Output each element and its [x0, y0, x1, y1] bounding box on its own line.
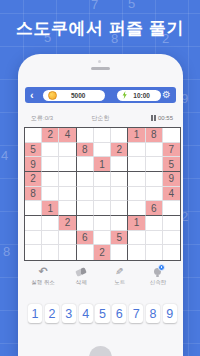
sudoku-cell-r5c6[interactable]: [111, 187, 128, 202]
sudoku-cell-r6c5[interactable]: [94, 201, 111, 216]
pencil-icon: ✎: [115, 267, 123, 277]
numpad-button-6[interactable]: 6: [112, 304, 126, 323]
sudoku-cell-r9c7[interactable]: [128, 245, 145, 260]
sudoku-cell-r7c2[interactable]: [42, 216, 59, 231]
sudoku-cell-r3c8[interactable]: [146, 157, 163, 172]
notes-button[interactable]: ✎ 노트: [103, 265, 137, 293]
sudoku-cell-r7c8[interactable]: [146, 216, 163, 231]
sudoku-cell-r2c8[interactable]: [146, 143, 163, 158]
sudoku-cell-r1c3[interactable]: 4: [59, 128, 76, 143]
phone-speaker: [91, 67, 110, 70]
sudoku-cell-r7c4[interactable]: [77, 216, 94, 231]
sudoku-cell-r7c9[interactable]: [163, 216, 180, 231]
sudoku-cell-r8c8[interactable]: [146, 231, 163, 246]
energy-bolt-icon: [122, 91, 128, 99]
sudoku-cell-r1c6[interactable]: [111, 128, 128, 143]
background-faint-number: 4: [1, 149, 8, 162]
sudoku-cell-r6c7[interactable]: [128, 201, 145, 216]
home-indicator[interactable]: [89, 346, 112, 356]
phone-mockup: ‹ 5000 10:00 ⚙ 단순한 오류:0/3 00:55 24185827…: [18, 54, 183, 356]
sudoku-cell-r5c5[interactable]: [94, 187, 111, 202]
sudoku-cell-r2c5[interactable]: [94, 143, 111, 158]
erase-button[interactable]: 삭제: [64, 265, 98, 293]
sudoku-cell-r9c1[interactable]: [25, 245, 42, 260]
sudoku-cell-r7c6[interactable]: [111, 216, 128, 231]
numpad-button-8[interactable]: 8: [146, 304, 160, 323]
sudoku-cell-r2c3[interactable]: [59, 143, 76, 158]
sudoku-cell-r4c4[interactable]: [77, 172, 94, 187]
sudoku-cell-r6c2[interactable]: 1: [42, 201, 59, 216]
screenshot-stage: 824928557스도쿠에서 퍼즐 풀기 ‹ 5000 10:00 ⚙ 단순한 …: [0, 0, 200, 356]
sudoku-cell-r4c2[interactable]: [42, 172, 59, 187]
energy-timer-value: 10:00: [133, 92, 150, 99]
sudoku-cell-r4c9[interactable]: 9: [163, 172, 180, 187]
pause-icon[interactable]: [151, 115, 156, 121]
sudoku-cell-r8c4[interactable]: 6: [77, 231, 94, 246]
sudoku-cell-r2c1[interactable]: 5: [25, 143, 42, 158]
sudoku-cell-r5c1[interactable]: 8: [25, 187, 42, 202]
sudoku-cell-r8c3[interactable]: [59, 231, 76, 246]
sudoku-cell-r2c7[interactable]: [128, 143, 145, 158]
sudoku-cell-r8c7[interactable]: [128, 231, 145, 246]
sudoku-cell-r3c9[interactable]: 5: [163, 157, 180, 172]
hint-label: 신속한: [150, 279, 167, 286]
sudoku-cell-r2c4[interactable]: 8: [77, 143, 94, 158]
toolbar: ↶ 실행 취소 삭제 ✎ 노트 신속한: [26, 265, 175, 293]
eraser-icon: [76, 267, 88, 277]
coin-icon: [48, 91, 57, 100]
sudoku-cell-r1c7[interactable]: 1: [128, 128, 145, 143]
sudoku-cell-r3c5[interactable]: 1: [94, 157, 111, 172]
numpad-button-2[interactable]: 2: [45, 304, 59, 323]
sudoku-cell-r3c4[interactable]: [77, 157, 94, 172]
sudoku-cell-r3c7[interactable]: [128, 157, 145, 172]
sudoku-cell-r9c6[interactable]: [111, 245, 128, 260]
sudoku-cell-r6c4[interactable]: [77, 201, 94, 216]
sudoku-cell-r7c5[interactable]: [94, 216, 111, 231]
sudoku-cell-r8c1[interactable]: [25, 231, 42, 246]
hint-badge: [158, 264, 165, 271]
sudoku-cell-r5c7[interactable]: [128, 187, 145, 202]
status-row: 단순한 오류:0/3 00:55: [18, 112, 183, 124]
phone-camera-dot: [98, 60, 101, 63]
sudoku-cell-r1c4[interactable]: [77, 128, 94, 143]
sudoku-cell-r9c4[interactable]: [77, 245, 94, 260]
coins-pill[interactable]: 5000: [43, 90, 105, 101]
sudoku-cell-r5c8[interactable]: [146, 187, 163, 202]
back-chevron-icon[interactable]: ‹: [30, 88, 34, 102]
sudoku-cell-r5c4[interactable]: [77, 187, 94, 202]
numpad-button-4[interactable]: 4: [79, 304, 93, 323]
sudoku-cell-r1c1[interactable]: [25, 128, 42, 143]
sudoku-cell-r4c8[interactable]: [146, 172, 163, 187]
page-title: 스도쿠에서 퍼즐 풀기: [0, 17, 200, 40]
sudoku-cell-r4c3[interactable]: [59, 172, 76, 187]
sudoku-cell-r6c3[interactable]: [59, 201, 76, 216]
sudoku-cell-r3c1[interactable]: 9: [25, 157, 42, 172]
sudoku-cell-r1c8[interactable]: 8: [146, 128, 163, 143]
sudoku-cell-r9c2[interactable]: [42, 245, 59, 260]
numpad-button-5[interactable]: 5: [95, 304, 109, 323]
numpad-button-9[interactable]: 9: [163, 304, 177, 323]
sudoku-cell-r3c3[interactable]: [59, 157, 76, 172]
timer-group[interactable]: 00:55: [151, 115, 173, 121]
sudoku-cell-r6c8[interactable]: 6: [146, 201, 163, 216]
sudoku-cell-r5c9[interactable]: 4: [163, 187, 180, 202]
sudoku-cell-r8c5[interactable]: [94, 231, 111, 246]
settings-gear-icon[interactable]: ⚙: [162, 89, 171, 101]
sudoku-cell-r3c2[interactable]: [42, 157, 59, 172]
sudoku-cell-r5c3[interactable]: [59, 187, 76, 202]
sudoku-cell-r9c8[interactable]: [146, 245, 163, 260]
sudoku-grid: 2418582791529841621652: [24, 127, 181, 261]
sudoku-cell-r4c1[interactable]: 2: [25, 172, 42, 187]
app-header-bar: ‹ 5000 10:00 ⚙: [25, 87, 176, 103]
background-faint-number: 7: [91, 0, 98, 11]
hint-bulb-icon: [152, 266, 164, 278]
sudoku-cell-r9c9[interactable]: [163, 245, 180, 260]
sudoku-cell-r9c5[interactable]: 2: [94, 245, 111, 260]
sudoku-cell-r6c6[interactable]: [111, 201, 128, 216]
sudoku-cell-r6c9[interactable]: [163, 201, 180, 216]
sudoku-cell-r1c9[interactable]: [163, 128, 180, 143]
undo-button[interactable]: ↶ 실행 취소: [26, 265, 60, 293]
sudoku-cell-r2c2[interactable]: [42, 143, 59, 158]
background-faint-number: 5: [128, 0, 135, 10]
sudoku-cell-r8c9[interactable]: [163, 231, 180, 246]
numpad-button-7[interactable]: 7: [129, 304, 143, 323]
erase-label: 삭제: [76, 279, 87, 286]
sudoku-cell-r7c7[interactable]: 1: [128, 216, 145, 231]
numpad-button-1[interactable]: 1: [28, 304, 42, 323]
energy-timer-pill[interactable]: 10:00: [117, 90, 161, 101]
sudoku-cell-r3c6[interactable]: [111, 157, 128, 172]
background-faint-number: 8: [3, 245, 10, 258]
sudoku-cell-r7c3[interactable]: 2: [59, 216, 76, 231]
sudoku-cell-r8c2[interactable]: [42, 231, 59, 246]
sudoku-cell-r5c2[interactable]: [42, 187, 59, 202]
sudoku-cell-r2c6[interactable]: 2: [111, 143, 128, 158]
sudoku-cell-r1c5[interactable]: [94, 128, 111, 143]
number-pad: 123456789: [28, 304, 177, 324]
sudoku-cell-r1c2[interactable]: 2: [42, 128, 59, 143]
undo-label: 실행 취소: [31, 279, 55, 286]
sudoku-cell-r2c9[interactable]: 7: [163, 143, 180, 158]
coins-value: 5000: [71, 92, 85, 99]
sudoku-cell-r4c6[interactable]: [111, 172, 128, 187]
numpad-button-3[interactable]: 3: [62, 304, 76, 323]
undo-icon: ↶: [38, 266, 47, 277]
sudoku-cell-r7c1[interactable]: [25, 216, 42, 231]
sudoku-cell-r9c3[interactable]: [59, 245, 76, 260]
sudoku-cell-r4c7[interactable]: [128, 172, 145, 187]
timer-value: 00:55: [158, 115, 173, 121]
hint-button[interactable]: 신속한: [141, 265, 175, 293]
sudoku-cell-r6c1[interactable]: [25, 201, 42, 216]
notes-label: 노트: [114, 279, 125, 286]
sudoku-cell-r8c6[interactable]: 5: [111, 231, 128, 246]
sudoku-cell-r4c5[interactable]: [94, 172, 111, 187]
